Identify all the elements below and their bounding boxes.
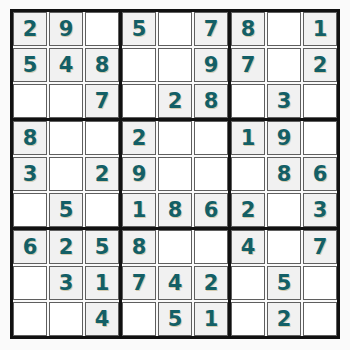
cell-r7c4[interactable]: 8 xyxy=(122,230,156,264)
cell-r4c6[interactable] xyxy=(194,121,228,155)
cell-r3c8[interactable]: 3 xyxy=(267,84,301,118)
cell-r2c4[interactable] xyxy=(122,48,156,82)
cell-r1c4[interactable]: 5 xyxy=(122,12,156,46)
cell-r3c9[interactable] xyxy=(303,84,337,118)
cell-r2c9[interactable]: 2 xyxy=(303,48,337,82)
cell-r2c7[interactable]: 7 xyxy=(231,48,265,82)
cell-r8c2[interactable]: 3 xyxy=(49,266,83,300)
cell-r9c6[interactable]: 1 xyxy=(194,302,228,336)
cell-r4c5[interactable] xyxy=(158,121,192,155)
sudoku-box-8: 874251 xyxy=(122,230,228,336)
cell-r1c5[interactable] xyxy=(158,12,192,46)
cell-r2c1[interactable]: 5 xyxy=(13,48,47,82)
cell-r6c2[interactable]: 5 xyxy=(49,193,83,227)
cell-r8c7[interactable] xyxy=(231,266,265,300)
sudoku-board: 2954875792881723832529186198623625314874… xyxy=(10,9,340,339)
cell-r5c4[interactable]: 9 xyxy=(122,157,156,191)
cell-r8c6[interactable]: 2 xyxy=(194,266,228,300)
cell-r7c7[interactable]: 4 xyxy=(231,230,265,264)
cell-r8c9[interactable] xyxy=(303,266,337,300)
cell-r5c9[interactable]: 6 xyxy=(303,157,337,191)
cell-r1c1[interactable]: 2 xyxy=(13,12,47,46)
cell-r5c5[interactable] xyxy=(158,157,192,191)
cell-r2c2[interactable]: 4 xyxy=(49,48,83,82)
cell-r3c2[interactable] xyxy=(49,84,83,118)
cell-r4c9[interactable] xyxy=(303,121,337,155)
cell-r6c5[interactable]: 8 xyxy=(158,193,192,227)
cell-r5c1[interactable]: 3 xyxy=(13,157,47,191)
cell-r1c6[interactable]: 7 xyxy=(194,12,228,46)
cell-r5c8[interactable]: 8 xyxy=(267,157,301,191)
cell-r1c7[interactable]: 8 xyxy=(231,12,265,46)
cell-r1c9[interactable]: 1 xyxy=(303,12,337,46)
sudoku-page: 2954875792881723832529186198623625314874… xyxy=(0,0,350,350)
cell-r9c5[interactable]: 5 xyxy=(158,302,192,336)
sudoku-box-4: 8325 xyxy=(13,121,119,227)
cell-r8c1[interactable] xyxy=(13,266,47,300)
cell-r2c5[interactable] xyxy=(158,48,192,82)
sudoku-box-3: 81723 xyxy=(231,12,337,118)
cell-r5c2[interactable] xyxy=(49,157,83,191)
cell-r8c4[interactable]: 7 xyxy=(122,266,156,300)
cell-r3c4[interactable] xyxy=(122,84,156,118)
cell-r6c6[interactable]: 6 xyxy=(194,193,228,227)
cell-r7c8[interactable] xyxy=(267,230,301,264)
sudoku-box-9: 4752 xyxy=(231,230,337,336)
cell-r2c6[interactable]: 9 xyxy=(194,48,228,82)
cell-r5c3[interactable]: 2 xyxy=(85,157,119,191)
cell-r9c9[interactable] xyxy=(303,302,337,336)
cell-r4c8[interactable]: 9 xyxy=(267,121,301,155)
cell-r3c5[interactable]: 2 xyxy=(158,84,192,118)
cell-r3c7[interactable] xyxy=(231,84,265,118)
cell-r9c3[interactable]: 4 xyxy=(85,302,119,336)
cell-r6c1[interactable] xyxy=(13,193,47,227)
cell-r7c1[interactable]: 6 xyxy=(13,230,47,264)
cell-r9c4[interactable] xyxy=(122,302,156,336)
sudoku-box-7: 625314 xyxy=(13,230,119,336)
cell-r2c8[interactable] xyxy=(267,48,301,82)
cell-r8c8[interactable]: 5 xyxy=(267,266,301,300)
cell-r6c8[interactable] xyxy=(267,193,301,227)
cell-r8c5[interactable]: 4 xyxy=(158,266,192,300)
cell-r9c8[interactable]: 2 xyxy=(267,302,301,336)
cell-r4c7[interactable]: 1 xyxy=(231,121,265,155)
cell-r7c9[interactable]: 7 xyxy=(303,230,337,264)
cell-r4c1[interactable]: 8 xyxy=(13,121,47,155)
cell-r2c3[interactable]: 8 xyxy=(85,48,119,82)
cell-r5c7[interactable] xyxy=(231,157,265,191)
cell-r1c3[interactable] xyxy=(85,12,119,46)
cell-r7c3[interactable]: 5 xyxy=(85,230,119,264)
cell-r9c1[interactable] xyxy=(13,302,47,336)
cell-r6c3[interactable] xyxy=(85,193,119,227)
cell-r1c2[interactable]: 9 xyxy=(49,12,83,46)
sudoku-box-2: 57928 xyxy=(122,12,228,118)
sudoku-box-1: 295487 xyxy=(13,12,119,118)
cell-r6c9[interactable]: 3 xyxy=(303,193,337,227)
cell-r6c7[interactable]: 2 xyxy=(231,193,265,227)
cell-r6c4[interactable]: 1 xyxy=(122,193,156,227)
cell-r7c2[interactable]: 2 xyxy=(49,230,83,264)
cell-r8c3[interactable]: 1 xyxy=(85,266,119,300)
sudoku-box-5: 29186 xyxy=(122,121,228,227)
cell-r7c6[interactable] xyxy=(194,230,228,264)
cell-r9c7[interactable] xyxy=(231,302,265,336)
cell-r3c1[interactable] xyxy=(13,84,47,118)
cell-r4c4[interactable]: 2 xyxy=(122,121,156,155)
cell-r3c6[interactable]: 8 xyxy=(194,84,228,118)
cell-r1c8[interactable] xyxy=(267,12,301,46)
cell-r4c2[interactable] xyxy=(49,121,83,155)
cell-r9c2[interactable] xyxy=(49,302,83,336)
sudoku-box-6: 198623 xyxy=(231,121,337,227)
cell-r3c3[interactable]: 7 xyxy=(85,84,119,118)
cell-r5c6[interactable] xyxy=(194,157,228,191)
cell-r4c3[interactable] xyxy=(85,121,119,155)
cell-r7c5[interactable] xyxy=(158,230,192,264)
